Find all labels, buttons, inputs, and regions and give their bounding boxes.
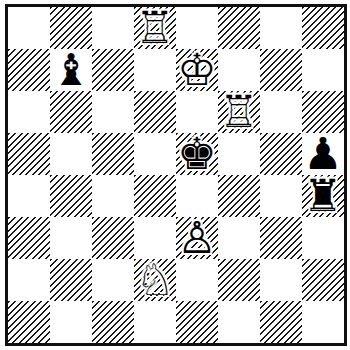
white-king: ♔ bbox=[177, 49, 216, 91]
square-f8[interactable] bbox=[218, 7, 260, 49]
square-c3[interactable] bbox=[92, 217, 134, 259]
square-e1[interactable] bbox=[176, 301, 218, 343]
square-g4[interactable] bbox=[260, 175, 302, 217]
square-c6[interactable] bbox=[92, 91, 134, 133]
square-h3[interactable] bbox=[302, 217, 344, 259]
square-d7[interactable] bbox=[134, 49, 176, 91]
square-a2[interactable] bbox=[8, 259, 50, 301]
square-d5[interactable] bbox=[134, 133, 176, 175]
square-f2[interactable] bbox=[218, 259, 260, 301]
square-e8[interactable] bbox=[176, 7, 218, 49]
white-rook: ♖ bbox=[219, 91, 258, 133]
square-g6[interactable] bbox=[260, 91, 302, 133]
square-c8[interactable] bbox=[92, 7, 134, 49]
square-a6[interactable] bbox=[8, 91, 50, 133]
square-b7[interactable]: ♝ bbox=[50, 49, 92, 91]
square-c7[interactable] bbox=[92, 49, 134, 91]
square-b2[interactable] bbox=[50, 259, 92, 301]
square-e2[interactable] bbox=[176, 259, 218, 301]
chess-board: ♖♝♔♖♚♟♜♙♘ bbox=[5, 4, 347, 346]
square-d2[interactable]: ♘ bbox=[134, 259, 176, 301]
square-d6[interactable] bbox=[134, 91, 176, 133]
square-a4[interactable] bbox=[8, 175, 50, 217]
square-e3[interactable]: ♙ bbox=[176, 217, 218, 259]
square-b3[interactable] bbox=[50, 217, 92, 259]
square-f3[interactable] bbox=[218, 217, 260, 259]
square-a8[interactable] bbox=[8, 7, 50, 49]
square-a5[interactable] bbox=[8, 133, 50, 175]
square-g7[interactable] bbox=[260, 49, 302, 91]
black-pawn: ♟ bbox=[303, 133, 342, 175]
white-pawn: ♙ bbox=[177, 217, 216, 259]
square-d4[interactable] bbox=[134, 175, 176, 217]
square-d3[interactable] bbox=[134, 217, 176, 259]
square-a7[interactable] bbox=[8, 49, 50, 91]
square-c4[interactable] bbox=[92, 175, 134, 217]
square-b4[interactable] bbox=[50, 175, 92, 217]
square-f5[interactable] bbox=[218, 133, 260, 175]
square-h7[interactable] bbox=[302, 49, 344, 91]
square-h1[interactable] bbox=[302, 301, 344, 343]
white-rook: ♖ bbox=[135, 7, 174, 49]
square-a1[interactable] bbox=[8, 301, 50, 343]
square-g8[interactable] bbox=[260, 7, 302, 49]
square-c2[interactable] bbox=[92, 259, 134, 301]
square-h5[interactable]: ♟ bbox=[302, 133, 344, 175]
square-e4[interactable] bbox=[176, 175, 218, 217]
square-d1[interactable] bbox=[134, 301, 176, 343]
square-a3[interactable] bbox=[8, 217, 50, 259]
square-d8[interactable]: ♖ bbox=[134, 7, 176, 49]
square-f6[interactable]: ♖ bbox=[218, 91, 260, 133]
square-c5[interactable] bbox=[92, 133, 134, 175]
square-g2[interactable] bbox=[260, 259, 302, 301]
square-c1[interactable] bbox=[92, 301, 134, 343]
square-f4[interactable] bbox=[218, 175, 260, 217]
square-g1[interactable] bbox=[260, 301, 302, 343]
square-h8[interactable] bbox=[302, 7, 344, 49]
square-h4[interactable]: ♜ bbox=[302, 175, 344, 217]
square-f1[interactable] bbox=[218, 301, 260, 343]
square-b6[interactable] bbox=[50, 91, 92, 133]
square-e5[interactable]: ♚ bbox=[176, 133, 218, 175]
square-g5[interactable] bbox=[260, 133, 302, 175]
square-e7[interactable]: ♔ bbox=[176, 49, 218, 91]
square-b5[interactable] bbox=[50, 133, 92, 175]
square-e6[interactable] bbox=[176, 91, 218, 133]
square-g3[interactable] bbox=[260, 217, 302, 259]
square-h2[interactable] bbox=[302, 259, 344, 301]
white-knight: ♘ bbox=[135, 259, 174, 301]
square-f7[interactable] bbox=[218, 49, 260, 91]
black-rook: ♜ bbox=[303, 175, 342, 217]
square-h6[interactable] bbox=[302, 91, 344, 133]
black-bishop: ♝ bbox=[51, 49, 90, 91]
square-b1[interactable] bbox=[50, 301, 92, 343]
square-b8[interactable] bbox=[50, 7, 92, 49]
black-king: ♚ bbox=[177, 133, 216, 175]
